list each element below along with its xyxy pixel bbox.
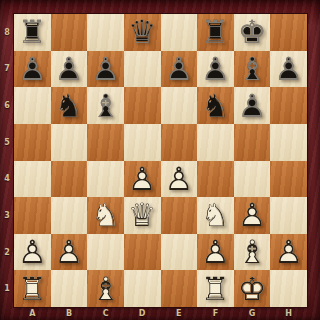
piece-glyph-outline: ♙ <box>197 234 234 271</box>
square-d7[interactable] <box>124 51 161 88</box>
square-g3[interactable]: ♟♙ <box>234 197 271 234</box>
square-a3[interactable] <box>14 197 51 234</box>
piece-white-pawn-icon[interactable]: ♟♙ <box>51 234 88 271</box>
square-h1[interactable] <box>270 270 307 307</box>
piece-white-pawn-icon[interactable]: ♟♙ <box>197 234 234 271</box>
rank-label-6: 6 <box>0 87 14 124</box>
square-b3[interactable] <box>51 197 88 234</box>
piece-glyph-outline: ♖ <box>14 14 51 51</box>
square-a8[interactable]: ♜♖ <box>14 14 51 51</box>
rank-label-2: 2 <box>0 234 14 271</box>
square-g1[interactable]: ♚♔ <box>234 270 271 307</box>
square-h4[interactable] <box>270 161 307 198</box>
square-h5[interactable] <box>270 124 307 161</box>
piece-glyph-outline: ♙ <box>161 51 198 88</box>
square-d2[interactable] <box>124 234 161 271</box>
square-b8[interactable] <box>51 14 88 51</box>
square-h3[interactable] <box>270 197 307 234</box>
piece-black-pawn-icon[interactable]: ♟♙ <box>51 51 88 88</box>
piece-white-king-icon[interactable]: ♚♔ <box>234 270 271 307</box>
rank-label-8: 8 <box>0 14 14 51</box>
piece-black-bishop-icon[interactable]: ♝♗ <box>87 87 124 124</box>
square-f8[interactable]: ♜♖ <box>197 14 234 51</box>
piece-glyph-outline: ♕ <box>124 197 161 234</box>
file-label-b: B <box>51 307 88 320</box>
piece-glyph-outline: ♗ <box>234 51 271 88</box>
piece-white-pawn-icon[interactable]: ♟♙ <box>124 161 161 198</box>
piece-white-pawn-icon[interactable]: ♟♙ <box>234 197 271 234</box>
piece-glyph-outline: ♙ <box>270 51 307 88</box>
piece-white-knight-icon[interactable]: ♞♘ <box>87 197 124 234</box>
square-f5[interactable] <box>197 124 234 161</box>
piece-glyph-outline: ♖ <box>14 270 51 307</box>
square-f3[interactable]: ♞♘ <box>197 197 234 234</box>
piece-glyph-outline: ♗ <box>87 270 124 307</box>
square-f1[interactable]: ♜♖ <box>197 270 234 307</box>
file-label-h: H <box>270 307 307 320</box>
square-c5[interactable] <box>87 124 124 161</box>
square-f2[interactable]: ♟♙ <box>197 234 234 271</box>
square-g6[interactable]: ♟♙ <box>234 87 271 124</box>
square-g4[interactable] <box>234 161 271 198</box>
rank-label-5: 5 <box>0 124 14 161</box>
chess-board: ♜♖♛♕♜♖♚♔♟♙♟♙♟♙♟♙♟♙♝♗♟♙♞♘♝♗♞♘♟♙♟♙♟♙♞♘♛♕♞♘… <box>14 14 307 307</box>
file-labels: ABCDEFGH <box>14 307 307 320</box>
piece-glyph-outline: ♘ <box>197 197 234 234</box>
square-a1[interactable]: ♜♖ <box>14 270 51 307</box>
piece-glyph-outline: ♖ <box>197 270 234 307</box>
square-d1[interactable] <box>124 270 161 307</box>
square-c8[interactable] <box>87 14 124 51</box>
square-d3[interactable]: ♛♕ <box>124 197 161 234</box>
rank-label-3: 3 <box>0 197 14 234</box>
square-e7[interactable]: ♟♙ <box>161 51 198 88</box>
file-label-f: F <box>197 307 234 320</box>
piece-white-bishop-icon[interactable]: ♝♗ <box>234 234 271 271</box>
rank-label-4: 4 <box>0 161 14 198</box>
square-b6[interactable]: ♞♘ <box>51 87 88 124</box>
file-label-c: C <box>87 307 124 320</box>
piece-black-pawn-icon[interactable]: ♟♙ <box>87 51 124 88</box>
piece-black-pawn-icon[interactable]: ♟♙ <box>197 51 234 88</box>
square-a5[interactable] <box>14 124 51 161</box>
piece-glyph-outline: ♘ <box>87 197 124 234</box>
square-h6[interactable] <box>270 87 307 124</box>
piece-black-pawn-icon[interactable]: ♟♙ <box>270 51 307 88</box>
piece-glyph-outline: ♙ <box>51 51 88 88</box>
piece-glyph-outline: ♙ <box>51 234 88 271</box>
piece-glyph-outline: ♙ <box>270 234 307 271</box>
square-a6[interactable] <box>14 87 51 124</box>
piece-black-pawn-icon[interactable]: ♟♙ <box>14 51 51 88</box>
piece-glyph-outline: ♙ <box>234 197 271 234</box>
square-e6[interactable] <box>161 87 198 124</box>
rank-label-1: 1 <box>0 270 14 307</box>
piece-black-rook-icon[interactable]: ♜♖ <box>14 14 51 51</box>
piece-white-bishop-icon[interactable]: ♝♗ <box>87 270 124 307</box>
piece-glyph-outline: ♙ <box>234 87 271 124</box>
piece-glyph-outline: ♗ <box>234 234 271 271</box>
piece-white-pawn-icon[interactable]: ♟♙ <box>270 234 307 271</box>
square-b5[interactable] <box>51 124 88 161</box>
piece-white-pawn-icon[interactable]: ♟♙ <box>14 234 51 271</box>
square-c2[interactable] <box>87 234 124 271</box>
square-e2[interactable] <box>161 234 198 271</box>
square-b1[interactable] <box>51 270 88 307</box>
piece-white-queen-icon[interactable]: ♛♕ <box>124 197 161 234</box>
piece-glyph-outline: ♘ <box>197 87 234 124</box>
piece-black-queen-icon[interactable]: ♛♕ <box>124 14 161 51</box>
square-e4[interactable]: ♟♙ <box>161 161 198 198</box>
square-b7[interactable]: ♟♙ <box>51 51 88 88</box>
square-f7[interactable]: ♟♙ <box>197 51 234 88</box>
file-label-d: D <box>124 307 161 320</box>
square-f6[interactable]: ♞♘ <box>197 87 234 124</box>
square-g2[interactable]: ♝♗ <box>234 234 271 271</box>
piece-white-rook-icon[interactable]: ♜♖ <box>14 270 51 307</box>
piece-glyph-outline: ♕ <box>124 14 161 51</box>
piece-black-knight-icon[interactable]: ♞♘ <box>197 87 234 124</box>
piece-white-pawn-icon[interactable]: ♟♙ <box>161 161 198 198</box>
square-h7[interactable]: ♟♙ <box>270 51 307 88</box>
square-a7[interactable]: ♟♙ <box>14 51 51 88</box>
chess-board-frame: 87654321 ♜♖♛♕♜♖♚♔♟♙♟♙♟♙♟♙♟♙♝♗♟♙♞♘♝♗♞♘♟♙♟… <box>0 0 320 320</box>
piece-black-knight-icon[interactable]: ♞♘ <box>51 87 88 124</box>
piece-black-king-icon[interactable]: ♚♔ <box>234 14 271 51</box>
square-g7[interactable]: ♝♗ <box>234 51 271 88</box>
square-e1[interactable] <box>161 270 198 307</box>
square-a2[interactable]: ♟♙ <box>14 234 51 271</box>
piece-glyph-outline: ♙ <box>197 51 234 88</box>
piece-glyph-outline: ♙ <box>87 51 124 88</box>
piece-black-pawn-icon[interactable]: ♟♙ <box>234 87 271 124</box>
square-d6[interactable] <box>124 87 161 124</box>
square-c6[interactable]: ♝♗ <box>87 87 124 124</box>
square-d8[interactable]: ♛♕ <box>124 14 161 51</box>
square-c4[interactable] <box>87 161 124 198</box>
piece-glyph-outline: ♙ <box>14 234 51 271</box>
square-b2[interactable]: ♟♙ <box>51 234 88 271</box>
square-e3[interactable] <box>161 197 198 234</box>
piece-glyph-outline: ♔ <box>234 270 271 307</box>
piece-glyph-outline: ♘ <box>51 87 88 124</box>
square-g8[interactable]: ♚♔ <box>234 14 271 51</box>
piece-black-rook-icon[interactable]: ♜♖ <box>197 14 234 51</box>
rank-labels: 87654321 <box>0 14 14 307</box>
piece-glyph-outline: ♙ <box>161 161 198 198</box>
square-f4[interactable] <box>197 161 234 198</box>
square-c7[interactable]: ♟♙ <box>87 51 124 88</box>
square-h2[interactable]: ♟♙ <box>270 234 307 271</box>
piece-glyph-outline: ♔ <box>234 14 271 51</box>
piece-white-knight-icon[interactable]: ♞♘ <box>197 197 234 234</box>
square-c1[interactable]: ♝♗ <box>87 270 124 307</box>
square-h8[interactable] <box>270 14 307 51</box>
piece-glyph-outline: ♗ <box>87 87 124 124</box>
piece-glyph-outline: ♙ <box>14 51 51 88</box>
file-label-a: A <box>14 307 51 320</box>
piece-glyph-outline: ♖ <box>197 14 234 51</box>
square-g5[interactable] <box>234 124 271 161</box>
square-a4[interactable] <box>14 161 51 198</box>
piece-black-pawn-icon[interactable]: ♟♙ <box>161 51 198 88</box>
piece-glyph-outline: ♙ <box>124 161 161 198</box>
rank-label-7: 7 <box>0 51 14 88</box>
square-e5[interactable] <box>161 124 198 161</box>
piece-black-bishop-icon[interactable]: ♝♗ <box>234 51 271 88</box>
square-c3[interactable]: ♞♘ <box>87 197 124 234</box>
piece-white-rook-icon[interactable]: ♜♖ <box>197 270 234 307</box>
file-label-e: E <box>161 307 198 320</box>
square-e8[interactable] <box>161 14 198 51</box>
square-d5[interactable] <box>124 124 161 161</box>
square-d4[interactable]: ♟♙ <box>124 161 161 198</box>
file-label-g: G <box>234 307 271 320</box>
square-b4[interactable] <box>51 161 88 198</box>
